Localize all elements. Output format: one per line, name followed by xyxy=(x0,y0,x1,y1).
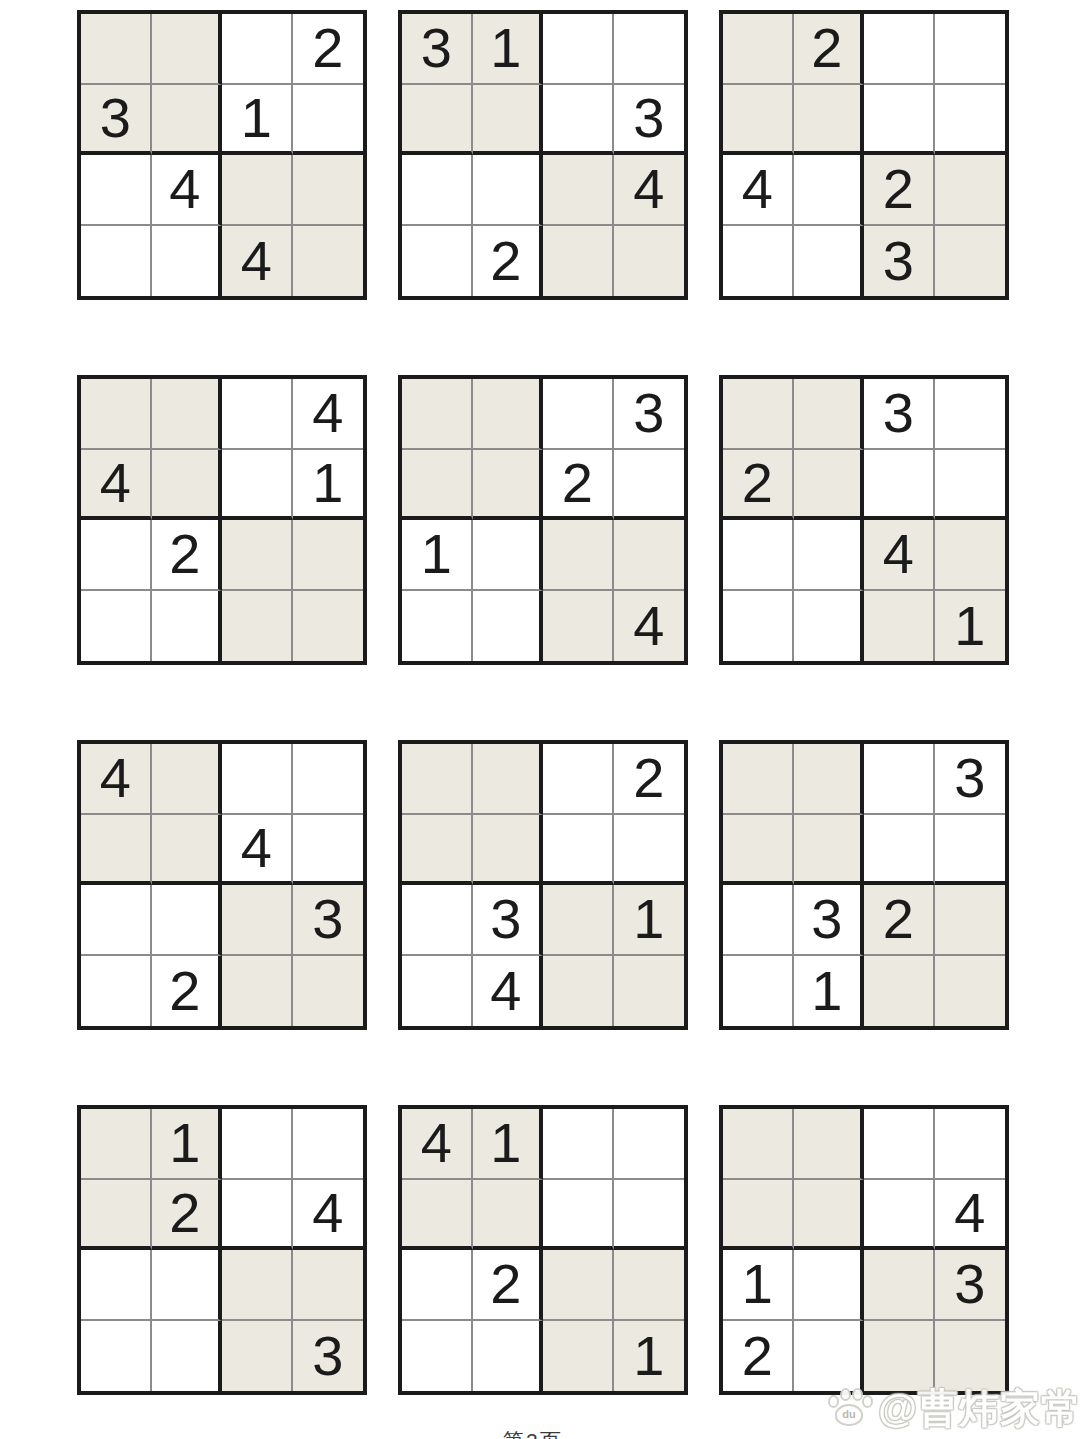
sudoku-cell-r4c1 xyxy=(81,956,152,1027)
sudoku-cell-r3c3 xyxy=(864,1250,935,1321)
sudoku-cell-r1c4 xyxy=(293,1109,364,1180)
sudoku-cell-r2c2 xyxy=(473,815,544,886)
sudoku-cell-r3c4 xyxy=(293,1250,364,1321)
sudoku-cell-r4c3 xyxy=(543,591,614,662)
sudoku-cell-r4c1 xyxy=(723,591,794,662)
sudoku-cell-r3c1 xyxy=(81,520,152,591)
sudoku-board-3: 2423 xyxy=(719,10,1009,300)
sudoku-cell-r1c3 xyxy=(543,1109,614,1180)
sudoku-cell-r2c3 xyxy=(864,1180,935,1251)
sudoku-cell-r2c3 xyxy=(864,815,935,886)
sudoku-cell-r3c1 xyxy=(81,155,152,226)
sudoku-cell-r1c4 xyxy=(614,1109,685,1180)
sudoku-cell-r4c1 xyxy=(81,591,152,662)
sudoku-cell-r1c3: 3 xyxy=(864,379,935,450)
sudoku-cell-r3c2 xyxy=(152,885,223,956)
sudoku-cell-r2c3: 4 xyxy=(222,815,293,886)
sudoku-cell-r4c2 xyxy=(473,1321,544,1392)
sudoku-cell-r1c4 xyxy=(614,14,685,85)
sudoku-cell-r2c1 xyxy=(81,815,152,886)
sudoku-cell-r1c4: 3 xyxy=(614,379,685,450)
sudoku-cell-r1c2 xyxy=(473,379,544,450)
sudoku-cell-r2c3 xyxy=(543,1180,614,1251)
sudoku-cell-r2c4: 1 xyxy=(293,450,364,521)
paw-icon-text: du xyxy=(842,1409,855,1420)
sudoku-board-11: 4121 xyxy=(398,1105,688,1395)
sudoku-cell-r2c4: 3 xyxy=(614,85,685,156)
sudoku-cell-r3c2: 2 xyxy=(152,520,223,591)
sudoku-cell-r3c1: 4 xyxy=(723,155,794,226)
sudoku-cell-r1c2 xyxy=(152,744,223,815)
sudoku-board-8: 2314 xyxy=(398,740,688,1030)
sudoku-cell-r4c1 xyxy=(402,956,473,1027)
sudoku-cell-r2c4 xyxy=(935,450,1006,521)
sudoku-cell-r3c2 xyxy=(473,520,544,591)
sudoku-cell-r4c4 xyxy=(293,956,364,1027)
sudoku-cell-r3c1 xyxy=(723,520,794,591)
sudoku-cell-r3c1 xyxy=(402,155,473,226)
sudoku-cell-r2c2 xyxy=(152,85,223,156)
sudoku-cell-r4c2: 2 xyxy=(152,956,223,1027)
sudoku-cell-r1c1 xyxy=(81,1109,152,1180)
sudoku-cell-r3c3: 2 xyxy=(864,885,935,956)
sudoku-cell-r1c1 xyxy=(81,379,152,450)
sudoku-cell-r1c4: 2 xyxy=(614,744,685,815)
sudoku-cell-r1c3 xyxy=(222,744,293,815)
sudoku-cell-r1c2: 1 xyxy=(473,1109,544,1180)
sudoku-cell-r3c3: 4 xyxy=(864,520,935,591)
sudoku-cell-r2c4 xyxy=(614,1180,685,1251)
sudoku-cell-r2c3 xyxy=(222,1180,293,1251)
sudoku-cell-r2c1: 2 xyxy=(723,450,794,521)
sudoku-board-7: 4432 xyxy=(77,740,367,1030)
sudoku-cell-r3c4 xyxy=(935,520,1006,591)
sudoku-cell-r2c2 xyxy=(473,1180,544,1251)
sudoku-cell-r4c3 xyxy=(543,956,614,1027)
sudoku-cell-r4c4: 1 xyxy=(935,591,1006,662)
sudoku-cell-r2c2 xyxy=(473,450,544,521)
sudoku-cell-r2c2: 2 xyxy=(152,1180,223,1251)
sudoku-cell-r1c2: 1 xyxy=(473,14,544,85)
sudoku-board-9: 3321 xyxy=(719,740,1009,1030)
sudoku-cell-r2c4: 4 xyxy=(293,1180,364,1251)
sudoku-cell-r4c2: 2 xyxy=(473,226,544,297)
sudoku-cell-r2c3: 2 xyxy=(543,450,614,521)
sudoku-cell-r4c3 xyxy=(864,956,935,1027)
sudoku-cell-r2c4 xyxy=(293,815,364,886)
sudoku-cell-r4c1 xyxy=(723,956,794,1027)
sudoku-cell-r1c1 xyxy=(723,1109,794,1180)
sudoku-cell-r3c2: 3 xyxy=(473,885,544,956)
sudoku-cell-r4c1 xyxy=(402,226,473,297)
sudoku-cell-r4c4 xyxy=(614,226,685,297)
sudoku-cell-r1c2 xyxy=(473,744,544,815)
sudoku-cell-r3c3 xyxy=(543,520,614,591)
sudoku-cell-r2c3 xyxy=(864,450,935,521)
sudoku-cell-r3c3: 2 xyxy=(864,155,935,226)
sudoku-cell-r2c1 xyxy=(723,85,794,156)
sudoku-cell-r1c3 xyxy=(222,379,293,450)
sudoku-cell-r4c2: 1 xyxy=(794,956,865,1027)
sudoku-cell-r2c4 xyxy=(293,85,364,156)
sudoku-cell-r3c4 xyxy=(614,520,685,591)
watermark: du @曹炜家常事 xyxy=(828,1381,1080,1436)
sudoku-cell-r1c1 xyxy=(723,744,794,815)
sudoku-cell-r1c3 xyxy=(543,14,614,85)
sudoku-cell-r3c3 xyxy=(543,1250,614,1321)
sudoku-cell-r4c2 xyxy=(152,226,223,297)
sudoku-cell-r1c1: 4 xyxy=(402,1109,473,1180)
sudoku-cell-r1c3 xyxy=(222,1109,293,1180)
sudoku-cell-r3c1 xyxy=(723,885,794,956)
sudoku-cell-r2c4 xyxy=(614,815,685,886)
sudoku-board-12: 4132 xyxy=(719,1105,1009,1395)
sudoku-cell-r1c3 xyxy=(864,14,935,85)
sudoku-cell-r4c4 xyxy=(935,226,1006,297)
sudoku-cell-r4c3: 4 xyxy=(222,226,293,297)
sudoku-cell-r3c4 xyxy=(293,155,364,226)
sudoku-cell-r1c1 xyxy=(723,14,794,85)
sudoku-board-2: 31342 xyxy=(398,10,688,300)
page-number-footer: 第2页 xyxy=(503,1427,563,1439)
sudoku-board-4: 4412 xyxy=(77,375,367,665)
sudoku-cell-r4c4: 3 xyxy=(293,1321,364,1392)
sudoku-cell-r2c1 xyxy=(81,1180,152,1251)
sudoku-cell-r4c3: 3 xyxy=(864,226,935,297)
sudoku-cell-r1c2 xyxy=(794,379,865,450)
sudoku-boards-grid: 2314431342242344123214324144322314332112… xyxy=(77,10,1009,1395)
sudoku-cell-r3c1 xyxy=(81,1250,152,1321)
sudoku-cell-r3c4: 3 xyxy=(935,1250,1006,1321)
baidu-paw-icon: du xyxy=(828,1388,872,1430)
sudoku-cell-r2c2 xyxy=(152,815,223,886)
sudoku-cell-r4c1 xyxy=(402,591,473,662)
sudoku-cell-r3c4 xyxy=(935,885,1006,956)
sudoku-cell-r1c1: 3 xyxy=(402,14,473,85)
sudoku-cell-r3c1 xyxy=(81,885,152,956)
sudoku-cell-r2c4: 4 xyxy=(935,1180,1006,1251)
sudoku-cell-r4c4: 4 xyxy=(614,591,685,662)
sudoku-cell-r2c1 xyxy=(402,815,473,886)
sudoku-cell-r1c4 xyxy=(935,379,1006,450)
sudoku-cell-r2c1 xyxy=(723,1180,794,1251)
sudoku-cell-r1c2: 1 xyxy=(152,1109,223,1180)
sudoku-cell-r1c4 xyxy=(935,14,1006,85)
sudoku-cell-r3c4 xyxy=(614,1250,685,1321)
sudoku-cell-r3c3 xyxy=(222,155,293,226)
sudoku-cell-r1c4: 4 xyxy=(293,379,364,450)
sudoku-cell-r2c4 xyxy=(935,85,1006,156)
sudoku-cell-r1c3 xyxy=(864,744,935,815)
sudoku-cell-r3c2: 2 xyxy=(473,1250,544,1321)
sudoku-cell-r4c2 xyxy=(794,591,865,662)
sudoku-cell-r4c1 xyxy=(81,226,152,297)
sudoku-cell-r2c4 xyxy=(614,450,685,521)
sudoku-cell-r4c4 xyxy=(293,226,364,297)
sudoku-cell-r1c2 xyxy=(152,379,223,450)
sudoku-cell-r1c2 xyxy=(794,1109,865,1180)
sudoku-cell-r4c3 xyxy=(543,1321,614,1392)
sudoku-cell-r4c3 xyxy=(864,591,935,662)
sudoku-cell-r3c2 xyxy=(794,520,865,591)
puzzle-page: 2314431342242344123214324144322314332112… xyxy=(0,0,1080,1439)
sudoku-cell-r1c2 xyxy=(794,744,865,815)
sudoku-cell-r3c1: 1 xyxy=(723,1250,794,1321)
sudoku-cell-r3c2 xyxy=(794,1250,865,1321)
sudoku-cell-r3c4: 1 xyxy=(614,885,685,956)
sudoku-cell-r2c2 xyxy=(473,85,544,156)
sudoku-cell-r4c4 xyxy=(614,956,685,1027)
sudoku-cell-r1c3 xyxy=(222,14,293,85)
sudoku-cell-r2c1 xyxy=(402,450,473,521)
sudoku-cell-r3c4: 4 xyxy=(614,155,685,226)
sudoku-cell-r1c3 xyxy=(543,744,614,815)
sudoku-cell-r1c3 xyxy=(864,1109,935,1180)
sudoku-cell-r3c3 xyxy=(222,885,293,956)
watermark-text: @曹炜家常事 xyxy=(878,1381,1080,1436)
sudoku-cell-r4c3 xyxy=(222,591,293,662)
sudoku-cell-r4c3 xyxy=(222,1321,293,1392)
sudoku-cell-r3c4 xyxy=(293,520,364,591)
sudoku-cell-r4c4: 1 xyxy=(614,1321,685,1392)
sudoku-board-1: 23144 xyxy=(77,10,367,300)
sudoku-cell-r3c2 xyxy=(794,155,865,226)
sudoku-cell-r2c2 xyxy=(794,450,865,521)
sudoku-cell-r4c2 xyxy=(152,591,223,662)
sudoku-cell-r2c3: 1 xyxy=(222,85,293,156)
sudoku-cell-r2c2 xyxy=(794,815,865,886)
sudoku-cell-r2c2 xyxy=(152,450,223,521)
sudoku-cell-r1c1 xyxy=(81,14,152,85)
sudoku-cell-r4c4 xyxy=(293,591,364,662)
sudoku-cell-r2c2 xyxy=(794,85,865,156)
sudoku-cell-r4c2 xyxy=(794,226,865,297)
sudoku-cell-r2c3 xyxy=(543,815,614,886)
sudoku-cell-r1c4: 3 xyxy=(935,744,1006,815)
sudoku-board-6: 3241 xyxy=(719,375,1009,665)
sudoku-cell-r1c4 xyxy=(293,744,364,815)
sudoku-cell-r1c2 xyxy=(152,14,223,85)
sudoku-cell-r1c1: 4 xyxy=(81,744,152,815)
sudoku-cell-r4c2 xyxy=(473,591,544,662)
sudoku-cell-r3c4 xyxy=(935,155,1006,226)
sudoku-cell-r1c1 xyxy=(723,379,794,450)
sudoku-cell-r1c3 xyxy=(543,379,614,450)
sudoku-cell-r2c3 xyxy=(864,85,935,156)
sudoku-cell-r2c1: 4 xyxy=(81,450,152,521)
sudoku-cell-r3c2: 4 xyxy=(152,155,223,226)
sudoku-cell-r4c2 xyxy=(152,1321,223,1392)
sudoku-cell-r2c1: 3 xyxy=(81,85,152,156)
sudoku-cell-r3c1 xyxy=(402,885,473,956)
sudoku-cell-r3c2 xyxy=(152,1250,223,1321)
sudoku-cell-r2c3 xyxy=(222,450,293,521)
sudoku-cell-r2c1 xyxy=(723,815,794,886)
sudoku-cell-r1c1 xyxy=(402,379,473,450)
sudoku-cell-r2c1 xyxy=(402,85,473,156)
sudoku-cell-r4c1 xyxy=(81,1321,152,1392)
sudoku-cell-r3c3 xyxy=(543,885,614,956)
sudoku-cell-r3c1: 1 xyxy=(402,520,473,591)
sudoku-cell-r4c1 xyxy=(723,226,794,297)
sudoku-cell-r1c4: 2 xyxy=(293,14,364,85)
sudoku-cell-r2c1 xyxy=(402,1180,473,1251)
sudoku-cell-r2c2 xyxy=(794,1180,865,1251)
sudoku-cell-r4c4 xyxy=(935,956,1006,1027)
sudoku-cell-r3c3 xyxy=(222,520,293,591)
sudoku-cell-r4c3 xyxy=(222,956,293,1027)
sudoku-cell-r4c1: 2 xyxy=(723,1321,794,1392)
sudoku-cell-r2c3 xyxy=(543,85,614,156)
sudoku-board-10: 1243 xyxy=(77,1105,367,1395)
sudoku-board-5: 3214 xyxy=(398,375,688,665)
sudoku-cell-r3c1 xyxy=(402,1250,473,1321)
sudoku-cell-r1c4 xyxy=(935,1109,1006,1180)
sudoku-cell-r4c1 xyxy=(402,1321,473,1392)
sudoku-cell-r3c3 xyxy=(222,1250,293,1321)
sudoku-cell-r4c2: 4 xyxy=(473,956,544,1027)
sudoku-cell-r3c2 xyxy=(473,155,544,226)
sudoku-cell-r2c4 xyxy=(935,815,1006,886)
sudoku-cell-r1c2: 2 xyxy=(794,14,865,85)
sudoku-cell-r3c4: 3 xyxy=(293,885,364,956)
sudoku-cell-r3c3 xyxy=(543,155,614,226)
sudoku-cell-r3c2: 3 xyxy=(794,885,865,956)
sudoku-cell-r1c1 xyxy=(402,744,473,815)
sudoku-cell-r4c3 xyxy=(543,226,614,297)
